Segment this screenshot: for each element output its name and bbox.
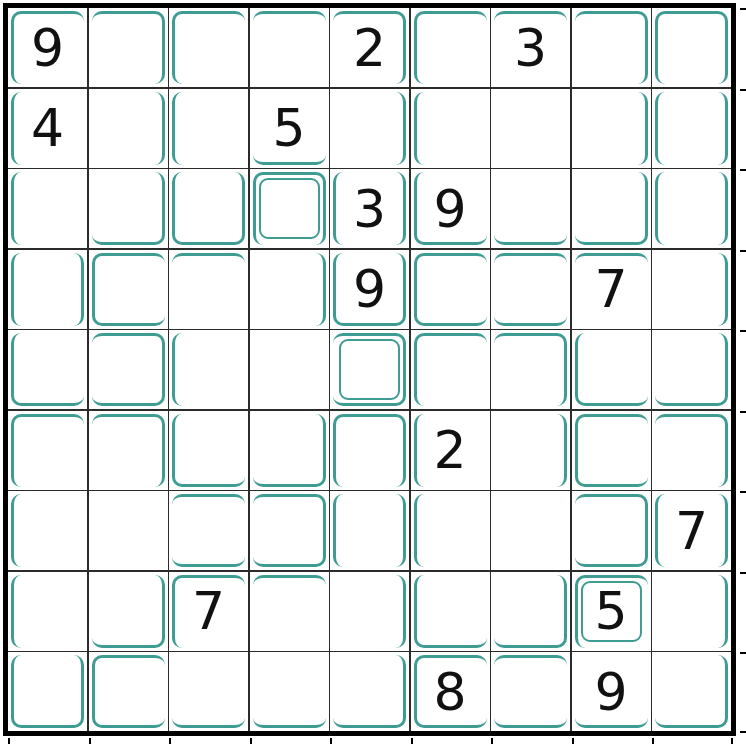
cell-r9c7[interactable] [491,652,570,731]
region-border [172,575,245,648]
cell-r4c6[interactable] [411,250,490,329]
region-border [11,333,84,406]
cell-r9c2[interactable] [89,652,168,731]
region-border [172,655,245,728]
region-border [253,333,326,406]
region-border [333,333,406,406]
tick-mark-bottom [572,738,574,744]
region-border [253,494,326,567]
cell-r6c6[interactable]: 2 [411,411,490,490]
region-border [253,655,326,728]
cell-r9c6[interactable]: 8 [411,652,490,731]
region-border [253,575,326,648]
cell-r5c1[interactable] [8,330,87,409]
cell-r2c2[interactable] [89,89,168,168]
region-border [11,253,84,326]
region-border [575,655,648,728]
region-border [92,655,165,728]
region-border [333,172,406,245]
cell-r1c8[interactable] [572,8,651,87]
cell-r5c3[interactable] [169,330,248,409]
region-border [333,414,406,487]
region-border [333,575,406,648]
given-digit-r7c9: 7 [652,491,731,570]
given-digit-r4c5: 9 [330,250,409,329]
region-border [494,172,567,245]
cell-r5c4[interactable] [250,330,329,409]
region-border [575,92,648,165]
region-border [11,575,84,648]
region-border [11,655,84,728]
region-border [414,253,487,326]
cell-r3c1[interactable] [8,169,87,248]
cell-r9c5[interactable] [330,652,409,731]
cell-r3c9[interactable] [652,169,731,248]
cell-r3c4[interactable] [250,169,329,248]
cell-r1c5[interactable]: 2 [330,8,409,87]
cell-r6c3[interactable] [169,411,248,490]
region-border [494,655,567,728]
cell-r6c8[interactable] [572,411,651,490]
region-border [172,172,245,245]
cell-r7c9[interactable]: 7 [652,491,731,570]
tick-mark-bottom [330,738,332,744]
region-border [253,92,326,165]
region-border [655,414,728,487]
cell-r8c2[interactable] [89,572,168,651]
region-border [494,253,567,326]
cell-r2c9[interactable] [652,89,731,168]
cell-inner-box [339,339,400,400]
region-border [92,11,165,84]
region-border [655,253,728,326]
tick-mark-bottom [8,738,10,744]
region-border [92,253,165,326]
cell-r6c4[interactable] [250,411,329,490]
region-border [414,655,487,728]
sudoku-grid: 923453997277589 [8,8,731,731]
given-digit-r8c8: 5 [572,572,651,651]
region-border [575,494,648,567]
cell-r6c7[interactable] [491,411,570,490]
given-digit-r4c8: 7 [572,250,651,329]
cell-r8c4[interactable] [250,572,329,651]
cell-r1c4[interactable] [250,8,329,87]
cell-r1c3[interactable] [169,8,248,87]
region-border [414,494,487,567]
cell-r7c4[interactable] [250,491,329,570]
region-border [11,92,84,165]
region-border [575,333,648,406]
region-border [494,333,567,406]
cell-r5c7[interactable] [491,330,570,409]
region-border [172,11,245,84]
region-border [253,11,326,84]
given-digit-r2c4: 5 [250,89,329,168]
cell-r6c2[interactable] [89,411,168,490]
cell-r4c4[interactable] [250,250,329,329]
region-border [575,11,648,84]
given-digit-r3c5: 3 [330,169,409,248]
cell-r9c3[interactable] [169,652,248,731]
given-digit-r2c1: 4 [8,89,87,168]
tick-mark-right [740,731,746,733]
cell-r3c6[interactable]: 9 [411,169,490,248]
region-border [92,575,165,648]
region-border [172,494,245,567]
cell-r4c5[interactable]: 9 [330,250,409,329]
given-digit-r1c1: 9 [8,8,87,87]
cell-r4c3[interactable] [169,250,248,329]
region-border [11,494,84,567]
cell-r5c6[interactable] [411,330,490,409]
cell-r8c5[interactable] [330,572,409,651]
cell-r9c1[interactable] [8,652,87,731]
cell-r6c5[interactable] [330,411,409,490]
cell-r7c3[interactable] [169,491,248,570]
region-border [414,414,487,487]
tick-mark-right [740,8,746,10]
region-border [92,333,165,406]
cell-r3c5[interactable]: 3 [330,169,409,248]
tick-mark-right [740,411,746,413]
cell-r9c9[interactable] [652,652,731,731]
region-border [253,253,326,326]
given-digit-r1c5: 2 [330,8,409,87]
tick-mark-bottom [89,738,91,744]
given-digit-r1c7: 3 [491,8,570,87]
tick-mark-right [740,330,746,332]
region-border [333,253,406,326]
tick-mark-right [740,572,746,574]
cell-r8c3[interactable]: 7 [169,572,248,651]
cell-r7c1[interactable] [8,491,87,570]
cell-r3c7[interactable] [491,169,570,248]
region-border [655,494,728,567]
region-border [494,414,567,487]
cell-r8c8[interactable]: 5 [572,572,651,651]
cell-r4c8[interactable]: 7 [572,250,651,329]
tick-mark-right [740,491,746,493]
region-border [575,575,648,648]
region-border [333,11,406,84]
region-border [92,414,165,487]
puzzle-page: 923453997277589 [0,0,746,744]
cell-r7c8[interactable] [572,491,651,570]
region-border [414,575,487,648]
region-border [575,172,648,245]
region-border [11,172,84,245]
cell-r4c9[interactable] [652,250,731,329]
region-border [92,172,165,245]
region-border [655,11,728,84]
region-border [333,494,406,567]
region-border [494,494,567,567]
region-border [414,11,487,84]
cell-r6c9[interactable] [652,411,731,490]
tick-mark-bottom [411,738,413,744]
tick-mark-right [740,169,746,171]
region-border [92,92,165,165]
cell-r3c2[interactable] [89,169,168,248]
cell-inner-box [259,178,320,239]
sudoku-board: 923453997277589 [3,3,736,736]
cell-r1c9[interactable] [652,8,731,87]
cell-r6c1[interactable] [8,411,87,490]
region-border [92,494,165,567]
cell-r3c8[interactable] [572,169,651,248]
tick-mark-right [740,652,746,654]
given-digit-r9c8: 9 [572,652,651,731]
cell-r7c5[interactable] [330,491,409,570]
region-border [655,575,728,648]
cell-r2c8[interactable] [572,89,651,168]
region-border [575,414,648,487]
cell-r5c8[interactable] [572,330,651,409]
region-border [414,333,487,406]
region-border [575,253,648,326]
cell-r1c6[interactable] [411,8,490,87]
region-border [655,172,728,245]
region-border [655,333,728,406]
tick-mark-bottom [250,738,252,744]
cell-r9c8[interactable]: 9 [572,652,651,731]
region-border [494,92,567,165]
tick-mark-right [740,89,746,91]
cell-r9c4[interactable] [250,652,329,731]
region-border [253,172,326,245]
cell-r2c4[interactable]: 5 [250,89,329,168]
cell-r2c3[interactable] [169,89,248,168]
cell-r2c5[interactable] [330,89,409,168]
cell-r5c2[interactable] [89,330,168,409]
cell-r8c6[interactable] [411,572,490,651]
cell-r4c7[interactable] [491,250,570,329]
cell-r8c1[interactable] [8,572,87,651]
tick-mark-bottom [652,738,654,744]
cell-r7c2[interactable] [89,491,168,570]
region-border [414,92,487,165]
cell-r2c6[interactable] [411,89,490,168]
tick-mark-bottom [731,738,733,744]
region-border [11,11,84,84]
region-border [333,92,406,165]
tick-mark-right [740,250,746,252]
cell-r7c6[interactable] [411,491,490,570]
given-digit-r3c6: 9 [411,169,490,248]
cell-r2c1[interactable]: 4 [8,89,87,168]
region-border [655,92,728,165]
region-border [333,655,406,728]
region-border [414,172,487,245]
region-border [253,414,326,487]
given-digit-r6c6: 2 [411,411,490,490]
cell-r5c9[interactable] [652,330,731,409]
cell-r1c7[interactable]: 3 [491,8,570,87]
cell-r5c5[interactable] [330,330,409,409]
cell-r2c7[interactable] [491,89,570,168]
region-border [11,414,84,487]
cell-inner-box [581,581,642,642]
cell-r8c9[interactable] [652,572,731,651]
region-border [655,655,728,728]
tick-mark-bottom [169,738,171,744]
tick-mark-bottom [491,738,493,744]
cell-r7c7[interactable] [491,491,570,570]
cell-r1c1[interactable]: 9 [8,8,87,87]
cell-r4c2[interactable] [89,250,168,329]
cell-r3c3[interactable] [169,169,248,248]
cell-r4c1[interactable] [8,250,87,329]
cell-r8c7[interactable] [491,572,570,651]
given-digit-r8c3: 7 [169,572,248,651]
region-border [172,92,245,165]
region-border [494,575,567,648]
given-digit-r9c6: 8 [411,652,490,731]
region-border [494,11,567,84]
cell-r1c2[interactable] [89,8,168,87]
region-border [172,333,245,406]
region-border [172,414,245,487]
region-border [172,253,245,326]
